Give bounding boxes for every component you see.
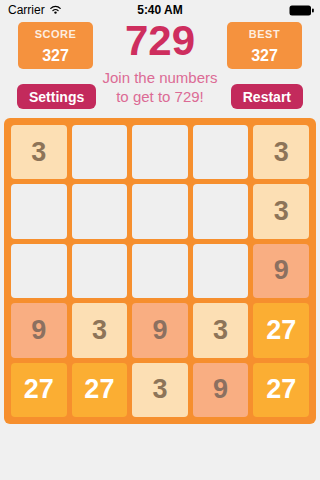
tile-3: 3: [193, 303, 249, 357]
tile-3: 3: [11, 125, 67, 179]
tile-27: 27: [72, 363, 128, 417]
tile-3: 3: [132, 363, 188, 417]
tile-9: 9: [132, 303, 188, 357]
tile-9: 9: [193, 363, 249, 417]
app-screen: Carrier 5:40 AM SCORE 327 729 BEST 327: [0, 0, 320, 480]
empty-cell: [11, 244, 67, 298]
restart-button[interactable]: Restart: [231, 84, 303, 109]
empty-cell: [132, 244, 188, 298]
carrier-label: Carrier: [8, 3, 45, 17]
carrier-group: Carrier: [8, 3, 62, 17]
tile-3: 3: [253, 184, 309, 238]
tile-27: 27: [253, 303, 309, 357]
empty-cell: [132, 125, 188, 179]
empty-cell: [132, 184, 188, 238]
tile-9: 9: [11, 303, 67, 357]
empty-cell: [193, 244, 249, 298]
best-value: 327: [227, 47, 302, 65]
best-box: BEST 327: [227, 22, 302, 69]
empty-cell: [72, 125, 128, 179]
empty-cell: [193, 184, 249, 238]
tile-3: 3: [253, 125, 309, 179]
empty-cell: [11, 184, 67, 238]
best-label: BEST: [227, 28, 302, 40]
battery-icon: [289, 5, 314, 16]
board[interactable]: 333993932727273927: [4, 118, 316, 424]
empty-cell: [193, 125, 249, 179]
tile-9: 9: [253, 244, 309, 298]
wifi-icon: [49, 3, 62, 17]
tile-27: 27: [11, 363, 67, 417]
empty-cell: [72, 244, 128, 298]
settings-button[interactable]: Settings: [17, 84, 96, 109]
tile-3: 3: [72, 303, 128, 357]
tile-27: 27: [253, 363, 309, 417]
empty-cell: [72, 184, 128, 238]
